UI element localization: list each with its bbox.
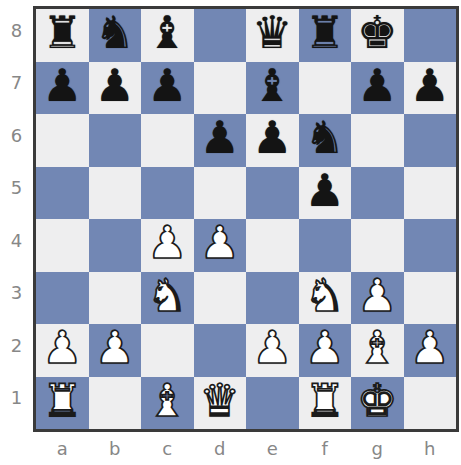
square-a8[interactable]: ♜ [36, 9, 89, 62]
square-b5[interactable] [89, 167, 142, 220]
piece-white-pawn[interactable]: ♟ [89, 322, 142, 375]
rank-label-4: 4 [0, 219, 33, 272]
rank-label-3: 3 [0, 272, 33, 325]
piece-black-rook[interactable]: ♜ [299, 7, 352, 60]
square-a1[interactable]: ♜ [36, 377, 89, 430]
square-b6[interactable] [89, 114, 142, 167]
square-g7[interactable]: ♟ [351, 62, 404, 115]
square-h1[interactable] [404, 377, 457, 430]
square-a7[interactable]: ♟ [36, 62, 89, 115]
piece-black-queen[interactable]: ♛ [246, 7, 299, 60]
piece-white-pawn[interactable]: ♟ [141, 217, 194, 270]
piece-white-pawn[interactable]: ♟ [299, 322, 352, 375]
rank-label-8: 8 [0, 9, 33, 62]
square-c6[interactable] [141, 114, 194, 167]
square-g2[interactable]: ♝ [351, 324, 404, 377]
square-b8[interactable]: ♞ [89, 9, 142, 62]
square-e6[interactable]: ♟ [246, 114, 299, 167]
piece-black-pawn[interactable]: ♟ [141, 60, 194, 113]
piece-black-pawn[interactable]: ♟ [89, 60, 142, 113]
chess-board-page: 87654321 ♜♞♝♛♜♚♟♟♟♝♟♟♟♟♞♟♟♟♞♞♟♟♟♟♟♝♟♜♝♛♜… [0, 0, 461, 465]
square-a5[interactable] [36, 167, 89, 220]
square-g3[interactable]: ♟ [351, 272, 404, 325]
square-f5[interactable]: ♟ [299, 167, 352, 220]
square-d6[interactable]: ♟ [194, 114, 247, 167]
piece-white-pawn[interactable]: ♟ [194, 217, 247, 270]
piece-white-queen[interactable]: ♛ [194, 375, 247, 428]
piece-white-pawn[interactable]: ♟ [404, 322, 457, 375]
piece-black-pawn[interactable]: ♟ [299, 165, 352, 218]
square-g4[interactable] [351, 219, 404, 272]
square-h8[interactable] [404, 9, 457, 62]
file-label-e: e [246, 432, 299, 465]
square-f2[interactable]: ♟ [299, 324, 352, 377]
square-b3[interactable] [89, 272, 142, 325]
square-g8[interactable]: ♚ [351, 9, 404, 62]
file-label-f: f [299, 432, 352, 465]
file-label-g: g [351, 432, 404, 465]
square-e3[interactable] [246, 272, 299, 325]
piece-white-knight[interactable]: ♞ [141, 270, 194, 323]
square-h5[interactable] [404, 167, 457, 220]
piece-black-rook[interactable]: ♜ [36, 7, 89, 60]
square-f8[interactable]: ♜ [299, 9, 352, 62]
square-f3[interactable]: ♞ [299, 272, 352, 325]
piece-white-bishop[interactable]: ♝ [351, 322, 404, 375]
rank-label-2: 2 [0, 324, 33, 377]
file-label-a: a [36, 432, 89, 465]
square-g6[interactable] [351, 114, 404, 167]
piece-white-bishop[interactable]: ♝ [141, 375, 194, 428]
piece-white-rook[interactable]: ♜ [299, 375, 352, 428]
square-d5[interactable] [194, 167, 247, 220]
file-label-d: d [194, 432, 247, 465]
square-c8[interactable]: ♝ [141, 9, 194, 62]
piece-white-pawn[interactable]: ♟ [246, 322, 299, 375]
square-h6[interactable] [404, 114, 457, 167]
file-label-c: c [141, 432, 194, 465]
square-c5[interactable] [141, 167, 194, 220]
rank-coordinates: 87654321 [0, 9, 33, 429]
square-d4[interactable]: ♟ [194, 219, 247, 272]
square-b2[interactable]: ♟ [89, 324, 142, 377]
square-f7[interactable] [299, 62, 352, 115]
square-e4[interactable] [246, 219, 299, 272]
square-d2[interactable] [194, 324, 247, 377]
square-d3[interactable] [194, 272, 247, 325]
piece-black-king[interactable]: ♚ [351, 7, 404, 60]
piece-white-knight[interactable]: ♞ [299, 270, 352, 323]
piece-black-knight[interactable]: ♞ [89, 7, 142, 60]
square-d8[interactable] [194, 9, 247, 62]
square-a2[interactable]: ♟ [36, 324, 89, 377]
file-label-h: h [404, 432, 457, 465]
square-c4[interactable]: ♟ [141, 219, 194, 272]
board-frame: ♜♞♝♛♜♚♟♟♟♝♟♟♟♟♞♟♟♟♞♞♟♟♟♟♟♝♟♜♝♛♜♚ [33, 6, 459, 432]
square-a4[interactable] [36, 219, 89, 272]
piece-black-knight[interactable]: ♞ [299, 112, 352, 165]
square-g1[interactable]: ♚ [351, 377, 404, 430]
square-d1[interactable]: ♛ [194, 377, 247, 430]
piece-white-rook[interactable]: ♜ [36, 375, 89, 428]
square-c2[interactable] [141, 324, 194, 377]
square-e5[interactable] [246, 167, 299, 220]
square-c3[interactable]: ♞ [141, 272, 194, 325]
square-e1[interactable] [246, 377, 299, 430]
square-e2[interactable]: ♟ [246, 324, 299, 377]
piece-black-pawn[interactable]: ♟ [351, 60, 404, 113]
piece-black-bishop[interactable]: ♝ [141, 7, 194, 60]
rank-label-1: 1 [0, 377, 33, 430]
square-b1[interactable] [89, 377, 142, 430]
piece-white-pawn[interactable]: ♟ [36, 322, 89, 375]
square-b4[interactable] [89, 219, 142, 272]
square-e7[interactable]: ♝ [246, 62, 299, 115]
square-h7[interactable]: ♟ [404, 62, 457, 115]
chess-board: ♜♞♝♛♜♚♟♟♟♝♟♟♟♟♞♟♟♟♞♞♟♟♟♟♟♝♟♜♝♛♜♚ [36, 9, 456, 429]
piece-black-pawn[interactable]: ♟ [246, 112, 299, 165]
square-a3[interactable] [36, 272, 89, 325]
square-g5[interactable] [351, 167, 404, 220]
rank-label-7: 7 [0, 62, 33, 115]
file-label-b: b [89, 432, 142, 465]
square-c7[interactable]: ♟ [141, 62, 194, 115]
piece-black-bishop[interactable]: ♝ [246, 60, 299, 113]
piece-white-pawn[interactable]: ♟ [351, 270, 404, 323]
square-e8[interactable]: ♛ [246, 9, 299, 62]
piece-black-pawn[interactable]: ♟ [194, 112, 247, 165]
rank-label-6: 6 [0, 114, 33, 167]
square-f4[interactable] [299, 219, 352, 272]
square-a6[interactable] [36, 114, 89, 167]
square-f1[interactable]: ♜ [299, 377, 352, 430]
square-c1[interactable]: ♝ [141, 377, 194, 430]
piece-white-king[interactable]: ♚ [351, 375, 404, 428]
square-h2[interactable]: ♟ [404, 324, 457, 377]
square-h4[interactable] [404, 219, 457, 272]
piece-black-pawn[interactable]: ♟ [404, 60, 457, 113]
rank-label-5: 5 [0, 167, 33, 220]
piece-black-pawn[interactable]: ♟ [36, 60, 89, 113]
square-f6[interactable]: ♞ [299, 114, 352, 167]
square-h3[interactable] [404, 272, 457, 325]
file-coordinates: abcdefgh [36, 432, 456, 465]
square-b7[interactable]: ♟ [89, 62, 142, 115]
square-d7[interactable] [194, 62, 247, 115]
